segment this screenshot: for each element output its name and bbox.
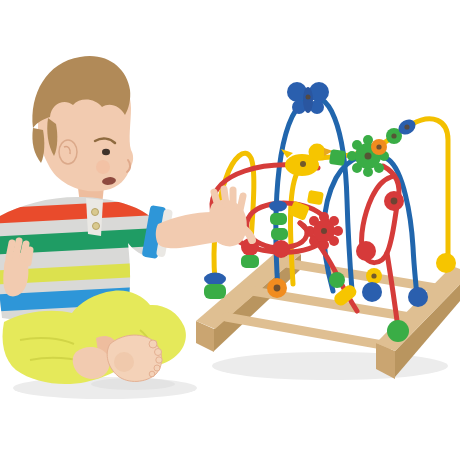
bead-yellow-cube-b bbox=[307, 190, 324, 205]
shirt-placket bbox=[86, 198, 103, 236]
bead-green-corner-sphere bbox=[387, 320, 409, 342]
bead-red-sphere-stack bbox=[272, 240, 290, 258]
bead-blue-disc-stack bbox=[269, 201, 287, 212]
bead-green-post-barrel bbox=[241, 255, 259, 268]
bead-green-cube bbox=[329, 149, 346, 166]
bead-red-sphere-right bbox=[356, 241, 376, 261]
bead-blue-rail-sphere bbox=[408, 287, 428, 307]
bead-green-barrel-1 bbox=[270, 213, 287, 225]
bead-green-corner-barrel bbox=[204, 284, 226, 299]
heel-shade bbox=[114, 352, 134, 372]
bead-yellow-corner-sphere bbox=[436, 253, 456, 273]
bead-green-cluster-sphere bbox=[329, 272, 345, 288]
bead-blue-corner-donut bbox=[204, 273, 226, 286]
bead-red-flower bbox=[305, 212, 343, 250]
scene-illustration bbox=[0, 0, 460, 460]
bead-butterfly bbox=[287, 82, 329, 114]
eye bbox=[102, 149, 110, 155]
cheek-blush bbox=[96, 160, 110, 174]
right-thumb bbox=[243, 228, 252, 240]
shirt-button-1 bbox=[92, 209, 99, 216]
photo bbox=[0, 0, 460, 460]
shirt-button-2 bbox=[93, 223, 100, 230]
rung-front bbox=[226, 317, 388, 346]
bead-green-barrel-2 bbox=[271, 228, 288, 240]
bead-blue-cluster-sphere bbox=[362, 282, 382, 302]
child-ear bbox=[59, 140, 77, 164]
child-hair-back bbox=[32, 128, 44, 163]
